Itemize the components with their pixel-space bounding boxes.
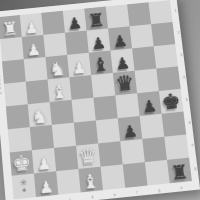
chess-board: CHESS ♜♟♟♜♟♟♟♞♟♝♟♝♛♞♟♚♟♚♟♛♟♝♜ ✳ ✚ abcdef… xyxy=(0,0,200,200)
square-r7c3: ♝ xyxy=(78,167,103,193)
square-r3c7 xyxy=(156,66,180,91)
piece-wP: ♟ xyxy=(72,60,88,77)
square-r7c5 xyxy=(123,162,148,188)
square-r2c5: ♟ xyxy=(110,48,134,72)
square-r0c5 xyxy=(106,4,130,28)
square-r2c0 xyxy=(2,59,26,84)
square-r2c1 xyxy=(24,57,48,82)
piece-bP: ♟ xyxy=(142,98,158,115)
rank-label: 1 xyxy=(173,0,178,22)
square-r4c5 xyxy=(115,93,139,118)
square-r0c4: ♜ xyxy=(84,7,108,31)
piece-bP: ♟ xyxy=(67,16,83,33)
square-r4c7: ♚ xyxy=(159,89,184,114)
piece-wK: ♚ xyxy=(11,152,32,175)
square-r1c3 xyxy=(65,31,89,55)
square-r0c3: ♟ xyxy=(63,9,87,33)
square-r4c3 xyxy=(72,98,96,123)
square-r3c1 xyxy=(26,79,50,104)
piece-wP: ♟ xyxy=(26,42,42,59)
piece-bP: ♟ xyxy=(113,33,129,50)
square-r3c4 xyxy=(91,73,115,98)
piece-wP: ♟ xyxy=(36,155,52,173)
file-label: e xyxy=(103,191,126,198)
square-r3c2: ♝ xyxy=(48,77,72,102)
compass-cross-icon: ✚ xyxy=(22,188,27,194)
square-r6c0: ♚ xyxy=(10,150,34,176)
file-label: h xyxy=(170,184,193,191)
piece-bP: ♟ xyxy=(91,36,107,53)
square-r1c0 xyxy=(0,37,24,61)
square-r2c7 xyxy=(154,44,178,68)
piece-bK: ♚ xyxy=(161,91,182,114)
square-r0c6 xyxy=(127,2,151,26)
piece-wN: ♞ xyxy=(48,59,67,79)
piece-wP: ♟ xyxy=(38,179,54,197)
square-r0c2 xyxy=(41,11,65,35)
rank-label: 8 xyxy=(193,157,198,181)
square-r1c2 xyxy=(43,33,67,57)
square-r6c1: ♟ xyxy=(32,148,56,174)
square-r7c2 xyxy=(56,169,81,195)
square-r0c0: ♜ xyxy=(0,15,22,39)
piece-wB: ♝ xyxy=(50,81,69,101)
square-r6c6 xyxy=(142,137,167,162)
square-r2c6 xyxy=(132,46,156,70)
square-r3c3 xyxy=(69,75,93,100)
square-r7c4 xyxy=(101,164,126,190)
rank-label: 6 xyxy=(187,111,192,134)
square-r5c2 xyxy=(52,123,76,148)
piece-wQ: ♛ xyxy=(78,146,99,169)
file-label: c xyxy=(59,195,82,200)
square-r6c7 xyxy=(164,134,189,159)
square-r6c3: ♛ xyxy=(76,143,100,169)
piece-wP: ♟ xyxy=(24,20,39,37)
square-r2c3: ♟ xyxy=(67,53,91,78)
piece-bB: ♝ xyxy=(92,55,111,75)
square-r5c0 xyxy=(8,127,32,152)
square-r3c6 xyxy=(135,69,159,94)
piece-wB: ♝ xyxy=(81,171,100,192)
square-r4c6: ♟ xyxy=(137,91,161,116)
square-r1c4: ♟ xyxy=(87,28,111,52)
compass-logo-icon: ✳ ✚ xyxy=(12,173,36,198)
square-r2c2: ♞ xyxy=(45,55,69,80)
piece-wN: ♞ xyxy=(31,106,50,127)
square-r4c0 xyxy=(6,104,30,129)
file-label: d xyxy=(81,193,104,200)
piece-bP: ♟ xyxy=(115,56,131,73)
photo-scene: CHESS ♜♟♟♜♟♟♟♞♟♝♟♝♛♞♟♚♟♚♟♛♟♝♜ ✳ ✚ abcdef… xyxy=(0,0,200,200)
rank-label: 3 xyxy=(179,43,184,66)
square-r5c6 xyxy=(140,114,165,139)
square-r6c2 xyxy=(54,146,78,172)
square-r4c4 xyxy=(93,95,117,120)
square-r5c5: ♟ xyxy=(118,116,143,141)
square-r3c5: ♛ xyxy=(113,71,137,96)
piece-bR: ♜ xyxy=(170,162,189,183)
square-r0c1: ♟ xyxy=(20,13,44,37)
file-label: b xyxy=(36,198,59,200)
square-r6c5 xyxy=(120,139,145,164)
rank-label: 5 xyxy=(184,88,189,111)
file-label: f xyxy=(126,189,149,196)
rank-label: 4 xyxy=(181,66,186,89)
square-r3c0 xyxy=(4,82,28,107)
rank-label: 7 xyxy=(190,134,195,157)
square-r5c7 xyxy=(162,112,187,137)
square-r7c6 xyxy=(145,160,170,186)
square-r5c1 xyxy=(30,125,54,150)
piece-bP: ♟ xyxy=(122,123,138,140)
square-r0c7 xyxy=(149,0,173,24)
rank-label: 2 xyxy=(176,21,181,43)
square-r1c1: ♟ xyxy=(22,35,46,59)
square-r7c1: ♟ xyxy=(34,171,58,197)
file-label: g xyxy=(148,186,171,193)
piece-bQ: ♛ xyxy=(115,73,136,95)
square-r2c4: ♝ xyxy=(89,51,113,76)
square-r7c7: ♜ xyxy=(167,158,192,184)
piece-wR: ♜ xyxy=(1,19,19,39)
piece-bR: ♜ xyxy=(87,11,106,31)
square-r4c1: ♞ xyxy=(28,102,52,127)
square-r1c6 xyxy=(130,24,154,48)
square-r1c7 xyxy=(151,22,175,46)
board-grid: ♜♟♟♜♟♟♟♞♟♝♟♝♛♞♟♚♟♚♟♛♟♝♜ xyxy=(0,0,192,199)
square-r5c4 xyxy=(96,118,120,143)
square-r4c2 xyxy=(50,100,74,125)
square-r1c5: ♟ xyxy=(108,26,132,50)
square-r5c3 xyxy=(74,120,98,145)
square-r6c4 xyxy=(98,141,123,166)
